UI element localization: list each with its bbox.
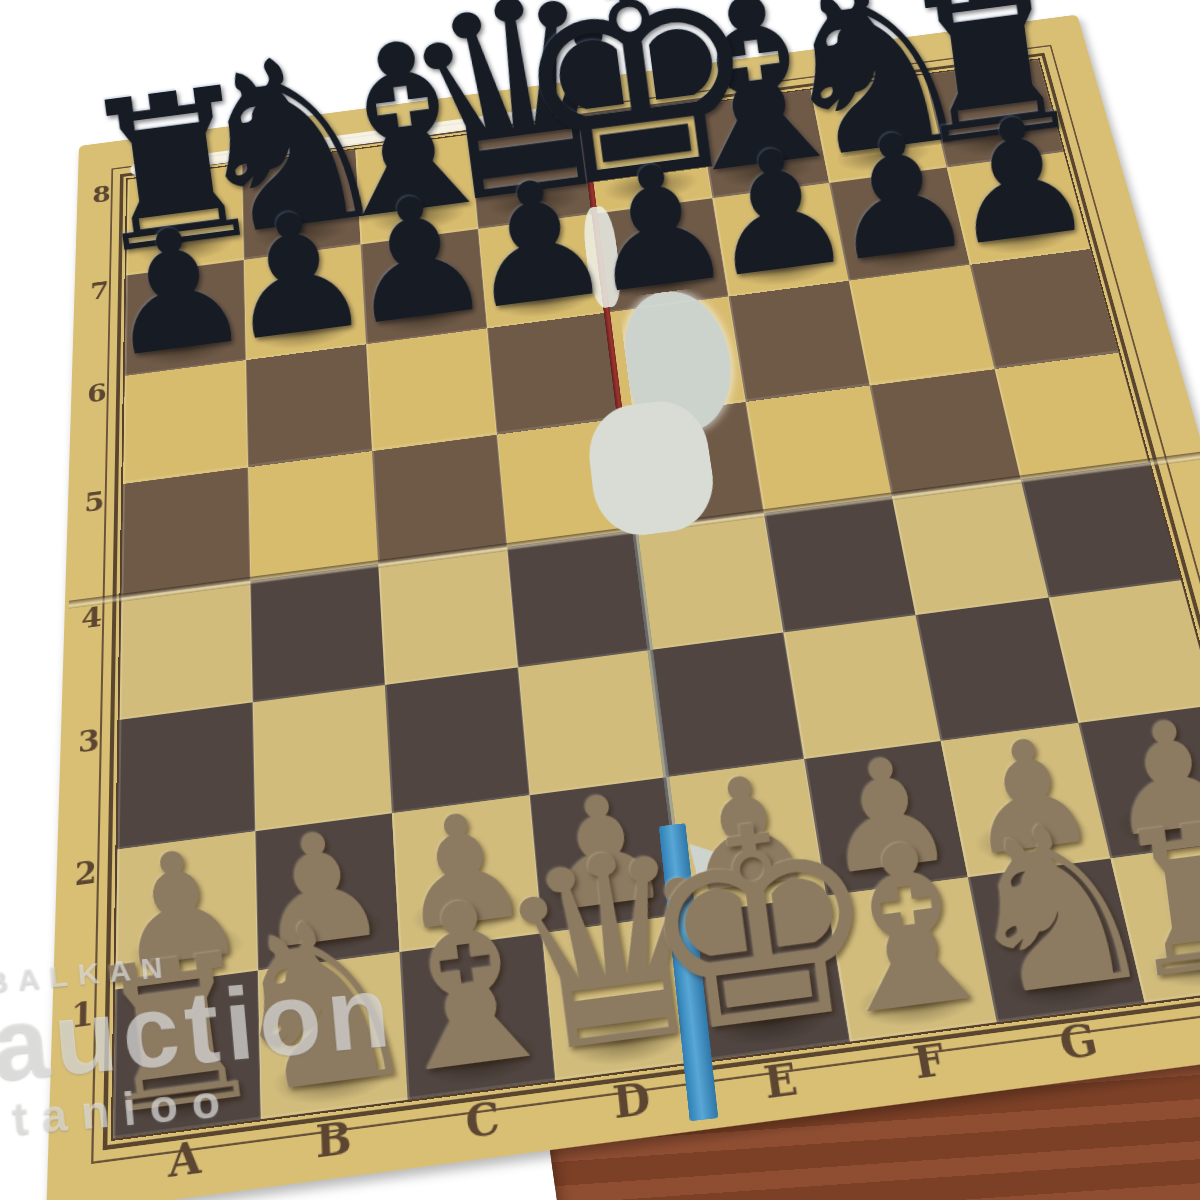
square-d6[interactable] — [487, 313, 621, 435]
square-d4[interactable] — [507, 530, 651, 667]
square-h7[interactable]: ♟ — [946, 152, 1090, 265]
square-f5[interactable] — [745, 385, 892, 513]
rank-label-4: 4 — [61, 598, 119, 728]
square-h6[interactable] — [969, 249, 1118, 369]
board-perspective: ♜♞♝♛♚♝♞♜♟♟♟♟♟♟♟♟♟♟♟♟♟♟♟♟♜♞♝♛♚♝♞♜ 8765432… — [0, 0, 1200, 1200]
square-f6[interactable] — [728, 281, 869, 402]
square-c5[interactable] — [372, 434, 507, 564]
square-h4[interactable] — [1020, 462, 1181, 597]
square-a5[interactable] — [121, 467, 249, 598]
rank-label-6: 6 — [68, 376, 123, 491]
square-a6[interactable] — [123, 360, 247, 483]
square-c6[interactable] — [366, 328, 496, 450]
square-b5[interactable] — [248, 451, 379, 581]
square-b4[interactable] — [250, 564, 385, 702]
square-h1[interactable]: ♜ — [1110, 839, 1200, 1002]
square-g6[interactable] — [849, 265, 994, 385]
rank-label-5: 5 — [65, 483, 121, 605]
square-c4[interactable] — [378, 547, 517, 685]
photo-scene: ♜♞♝♛♚♝♞♜♟♟♟♟♟♟♟♟♟♟♟♟♟♟♟♟♜♞♝♛♚♝♞♜ 8765432… — [0, 0, 1200, 1200]
square-f4[interactable] — [763, 496, 915, 632]
square-b6[interactable] — [245, 344, 372, 467]
board-squares: ♜♞♝♛♚♝♞♜♟♟♟♟♟♟♟♟♟♟♟♟♟♟♟♟♜♞♝♛♚♝♞♜ — [111, 58, 1200, 1141]
chess-board: ♜♞♝♛♚♝♞♜♟♟♟♟♟♟♟♟♟♟♟♟♟♟♟♟♜♞♝♛♚♝♞♜ 8765432… — [46, 15, 1200, 1200]
square-e4[interactable] — [635, 513, 783, 649]
square-a4[interactable] — [120, 581, 253, 720]
square-h5[interactable] — [994, 352, 1149, 479]
piece-black-pawn-h7[interactable]: ♟ — [936, 97, 1102, 263]
